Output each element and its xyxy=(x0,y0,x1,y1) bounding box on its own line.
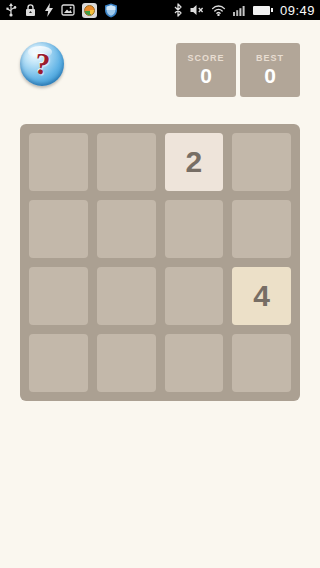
clock-text: 09:49 xyxy=(280,3,315,18)
board-cell xyxy=(165,267,224,325)
board-cell xyxy=(29,200,88,258)
best-box: BEST 0 xyxy=(240,43,300,97)
game-board[interactable]: 24 xyxy=(20,124,300,401)
board-cell xyxy=(29,267,88,325)
board-cell xyxy=(232,200,291,258)
lock-icon xyxy=(24,3,37,17)
best-label: BEST xyxy=(256,53,284,63)
board-cell xyxy=(97,267,156,325)
usb-icon xyxy=(5,3,17,17)
volume-mute-icon xyxy=(190,4,204,16)
best-value: 0 xyxy=(264,64,276,88)
screenshot-icon xyxy=(61,4,75,16)
board-cell xyxy=(232,133,291,191)
score-label: SCORE xyxy=(187,53,224,63)
board-cell xyxy=(97,133,156,191)
tile-4: 4 xyxy=(232,267,291,325)
board-cell xyxy=(165,200,224,258)
board-cell: 4 xyxy=(232,267,291,325)
question-mark-icon: ? xyxy=(33,48,52,80)
board-cell xyxy=(165,334,224,392)
wifi-icon xyxy=(211,4,226,16)
app-notification-icon xyxy=(82,3,97,18)
board-cell xyxy=(97,200,156,258)
board-cell xyxy=(29,334,88,392)
globe-logo-icon xyxy=(84,5,95,16)
tile-2: 2 xyxy=(165,133,224,191)
board-cell xyxy=(97,334,156,392)
score-group: SCORE 0 BEST 0 xyxy=(176,43,300,97)
flash-icon xyxy=(44,3,54,17)
score-value: 0 xyxy=(200,64,212,88)
phone-screen: 09:49 ? SCORE 0 BEST 0 24 xyxy=(0,0,320,568)
shield-icon xyxy=(104,3,118,18)
status-bar-right: 09:49 xyxy=(173,3,315,18)
board-cell xyxy=(232,334,291,392)
help-button[interactable]: ? xyxy=(20,42,64,86)
signal-strength-icon xyxy=(233,5,246,16)
score-box: SCORE 0 xyxy=(176,43,236,97)
board-cell xyxy=(29,133,88,191)
status-bar: 09:49 xyxy=(0,0,320,20)
board-cell: 2 xyxy=(165,133,224,191)
battery-icon xyxy=(253,6,270,15)
status-bar-left xyxy=(5,3,118,18)
bluetooth-icon xyxy=(173,3,183,17)
